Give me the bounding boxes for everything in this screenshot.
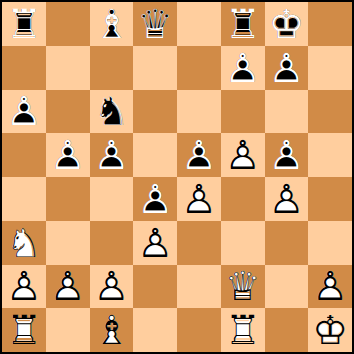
piece-black-pawn[interactable]: ♟♙ <box>265 133 309 177</box>
piece-white-knight[interactable]: ♞♘ <box>2 221 46 265</box>
square-d8[interactable]: ♛♕ <box>133 2 177 46</box>
square-h6[interactable] <box>308 90 352 134</box>
square-h8[interactable] <box>308 2 352 46</box>
square-b2[interactable]: ♟♙ <box>46 265 90 309</box>
piece-white-pawn[interactable]: ♟♙ <box>308 265 352 309</box>
square-g7[interactable]: ♟♙ <box>265 46 309 90</box>
black-knight-outline: ♘ <box>90 90 134 134</box>
piece-white-pawn[interactable]: ♟♙ <box>90 265 134 309</box>
piece-white-pawn[interactable]: ♟♙ <box>2 265 46 309</box>
piece-white-rook[interactable]: ♜♖ <box>221 308 265 352</box>
black-pawn-outline: ♙ <box>46 133 90 177</box>
square-h1[interactable]: ♚♔ <box>308 308 352 352</box>
square-e2[interactable] <box>177 265 221 309</box>
square-c8[interactable]: ♝♗ <box>90 2 134 46</box>
square-h7[interactable] <box>308 46 352 90</box>
black-pawn-outline: ♙ <box>265 46 309 90</box>
piece-black-bishop[interactable]: ♝♗ <box>90 2 134 46</box>
black-rook-outline: ♖ <box>221 2 265 46</box>
square-f8[interactable]: ♜♖ <box>221 2 265 46</box>
square-f3[interactable] <box>221 221 265 265</box>
square-e7[interactable] <box>177 46 221 90</box>
square-a7[interactable] <box>2 46 46 90</box>
piece-black-king[interactable]: ♚♔ <box>265 2 309 46</box>
square-g6[interactable] <box>265 90 309 134</box>
square-g4[interactable]: ♟♙ <box>265 177 309 221</box>
square-c1[interactable]: ♝♗ <box>90 308 134 352</box>
black-bishop-outline: ♗ <box>90 2 134 46</box>
square-d6[interactable] <box>133 90 177 134</box>
square-h5[interactable] <box>308 133 352 177</box>
white-pawn-outline: ♙ <box>221 133 265 177</box>
square-c2[interactable]: ♟♙ <box>90 265 134 309</box>
square-c6[interactable]: ♞♘ <box>90 90 134 134</box>
white-pawn-outline: ♙ <box>177 177 221 221</box>
square-d2[interactable] <box>133 265 177 309</box>
square-c5[interactable]: ♟♙ <box>90 133 134 177</box>
square-b7[interactable] <box>46 46 90 90</box>
white-rook-outline: ♖ <box>2 308 46 352</box>
piece-white-pawn[interactable]: ♟♙ <box>46 265 90 309</box>
black-rook-outline: ♖ <box>2 2 46 46</box>
black-queen-outline: ♕ <box>133 2 177 46</box>
square-f5[interactable]: ♟♙ <box>221 133 265 177</box>
chess-board: ♜♖♝♗♛♕♜♖♚♔♟♙♟♙♟♙♞♘♟♙♟♙♟♙♟♙♟♙♟♙♟♙♟♙♞♘♟♙♟♙… <box>0 0 354 354</box>
square-f2[interactable]: ♛♕ <box>221 265 265 309</box>
black-pawn-outline: ♙ <box>177 133 221 177</box>
square-f6[interactable] <box>221 90 265 134</box>
piece-white-bishop[interactable]: ♝♗ <box>90 308 134 352</box>
piece-black-pawn[interactable]: ♟♙ <box>133 177 177 221</box>
piece-white-pawn[interactable]: ♟♙ <box>133 221 177 265</box>
piece-black-pawn[interactable]: ♟♙ <box>265 46 309 90</box>
black-pawn-outline: ♙ <box>133 177 177 221</box>
square-d5[interactable] <box>133 133 177 177</box>
square-a8[interactable]: ♜♖ <box>2 2 46 46</box>
square-f4[interactable] <box>221 177 265 221</box>
piece-black-pawn[interactable]: ♟♙ <box>2 90 46 134</box>
square-c7[interactable] <box>90 46 134 90</box>
square-a5[interactable] <box>2 133 46 177</box>
square-a2[interactable]: ♟♙ <box>2 265 46 309</box>
square-d7[interactable] <box>133 46 177 90</box>
black-pawn-outline: ♙ <box>221 46 265 90</box>
square-e4[interactable]: ♟♙ <box>177 177 221 221</box>
square-g2[interactable] <box>265 265 309 309</box>
square-g8[interactable]: ♚♔ <box>265 2 309 46</box>
square-e8[interactable] <box>177 2 221 46</box>
piece-black-pawn[interactable]: ♟♙ <box>177 133 221 177</box>
square-h4[interactable] <box>308 177 352 221</box>
square-a6[interactable]: ♟♙ <box>2 90 46 134</box>
piece-white-pawn[interactable]: ♟♙ <box>177 177 221 221</box>
square-f7[interactable]: ♟♙ <box>221 46 265 90</box>
square-a3[interactable]: ♞♘ <box>2 221 46 265</box>
square-c4[interactable] <box>90 177 134 221</box>
white-pawn-outline: ♙ <box>265 177 309 221</box>
square-e3[interactable] <box>177 221 221 265</box>
square-h3[interactable] <box>308 221 352 265</box>
square-f1[interactable]: ♜♖ <box>221 308 265 352</box>
square-g1[interactable] <box>265 308 309 352</box>
piece-black-rook[interactable]: ♜♖ <box>221 2 265 46</box>
square-h2[interactable]: ♟♙ <box>308 265 352 309</box>
white-rook-outline: ♖ <box>221 308 265 352</box>
white-pawn-outline: ♙ <box>46 265 90 309</box>
black-king-outline: ♔ <box>265 2 309 46</box>
white-queen-outline: ♕ <box>221 265 265 309</box>
piece-white-pawn[interactable]: ♟♙ <box>221 133 265 177</box>
square-d4[interactable]: ♟♙ <box>133 177 177 221</box>
square-c3[interactable] <box>90 221 134 265</box>
piece-black-pawn[interactable]: ♟♙ <box>90 133 134 177</box>
piece-black-pawn[interactable]: ♟♙ <box>46 133 90 177</box>
piece-black-knight[interactable]: ♞♘ <box>90 90 134 134</box>
white-pawn-outline: ♙ <box>133 221 177 265</box>
square-e5[interactable]: ♟♙ <box>177 133 221 177</box>
square-e1[interactable] <box>177 308 221 352</box>
white-pawn-outline: ♙ <box>308 265 352 309</box>
square-b6[interactable] <box>46 90 90 134</box>
piece-white-rook[interactable]: ♜♖ <box>2 308 46 352</box>
white-bishop-outline: ♗ <box>90 308 134 352</box>
square-b5[interactable]: ♟♙ <box>46 133 90 177</box>
square-a1[interactable]: ♜♖ <box>2 308 46 352</box>
black-pawn-outline: ♙ <box>90 133 134 177</box>
square-d1[interactable] <box>133 308 177 352</box>
square-b1[interactable] <box>46 308 90 352</box>
piece-white-queen[interactable]: ♛♕ <box>221 265 265 309</box>
square-g5[interactable]: ♟♙ <box>265 133 309 177</box>
white-pawn-outline: ♙ <box>90 265 134 309</box>
white-king-outline: ♔ <box>308 308 352 352</box>
piece-black-queen[interactable]: ♛♕ <box>133 2 177 46</box>
piece-black-rook[interactable]: ♜♖ <box>2 2 46 46</box>
black-pawn-outline: ♙ <box>265 133 309 177</box>
square-b3[interactable] <box>46 221 90 265</box>
piece-white-king[interactable]: ♚♔ <box>308 308 352 352</box>
square-d3[interactable]: ♟♙ <box>133 221 177 265</box>
piece-white-pawn[interactable]: ♟♙ <box>265 177 309 221</box>
square-a4[interactable] <box>2 177 46 221</box>
piece-black-pawn[interactable]: ♟♙ <box>221 46 265 90</box>
black-pawn-outline: ♙ <box>2 90 46 134</box>
white-pawn-outline: ♙ <box>2 265 46 309</box>
square-b4[interactable] <box>46 177 90 221</box>
square-b8[interactable] <box>46 2 90 46</box>
white-knight-outline: ♘ <box>2 221 46 265</box>
square-e6[interactable] <box>177 90 221 134</box>
square-g3[interactable] <box>265 221 309 265</box>
